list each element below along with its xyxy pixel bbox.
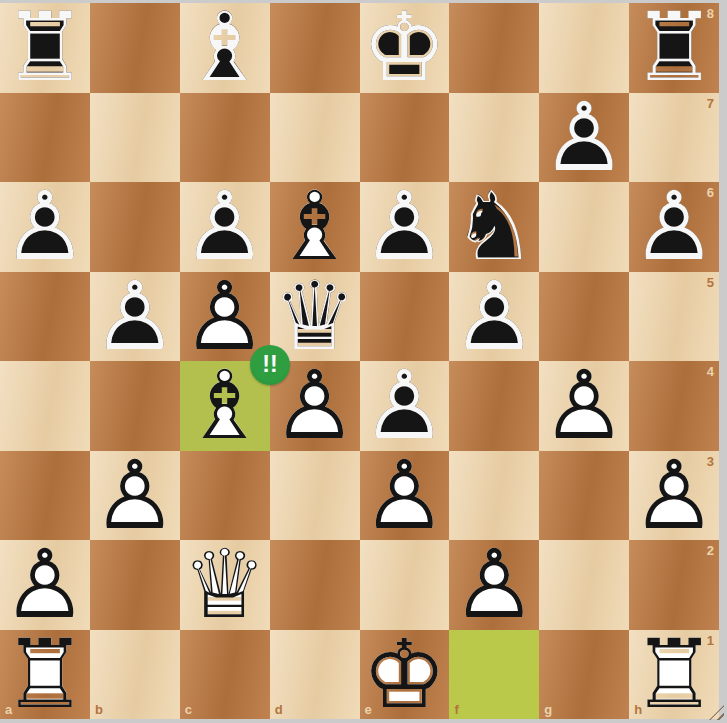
brilliant-move-badge: !! <box>250 345 290 385</box>
square-c3[interactable] <box>180 451 270 541</box>
square-e2[interactable] <box>360 540 450 630</box>
black-pawn-h6[interactable]: ♟♙ <box>629 182 719 272</box>
white-pawn-b3[interactable]: ♟♙ <box>90 451 180 541</box>
white-king-e1[interactable]: ♚♔ <box>360 630 450 720</box>
knight-detail-glyph: ♘ <box>449 182 539 272</box>
brilliant-move-label: !! <box>262 353 277 378</box>
square-h5[interactable]: 5 <box>629 272 719 362</box>
square-e5[interactable] <box>360 272 450 362</box>
black-pawn-g7[interactable]: ♟♙ <box>539 93 629 183</box>
pawn-detail-glyph: ♙ <box>449 540 539 630</box>
white-pawn-f2[interactable]: ♟♙ <box>449 540 539 630</box>
bishop-detail-glyph: ♗ <box>270 182 360 272</box>
square-d2[interactable] <box>270 540 360 630</box>
black-pawn-e6[interactable]: ♟♙ <box>360 182 450 272</box>
square-a7[interactable] <box>0 93 90 183</box>
black-rook-a8[interactable]: ♜♖ <box>0 3 90 93</box>
pawn-detail-glyph: ♙ <box>629 451 719 541</box>
pawn-detail-glyph: ♙ <box>360 451 450 541</box>
square-e7[interactable] <box>360 93 450 183</box>
black-pawn-f5[interactable]: ♟♙ <box>449 272 539 362</box>
pawn-detail-glyph: ♙ <box>449 272 539 362</box>
file-label-f: f <box>454 703 458 716</box>
pawn-detail-glyph: ♙ <box>360 182 450 272</box>
black-king-e8[interactable]: ♚♔ <box>360 3 450 93</box>
square-g6[interactable] <box>539 182 629 272</box>
square-a4[interactable] <box>0 361 90 451</box>
square-f1[interactable]: f <box>449 630 539 720</box>
black-bishop-c8[interactable]: ♝♗ <box>180 3 270 93</box>
square-d3[interactable] <box>270 451 360 541</box>
square-b1[interactable]: b <box>90 630 180 720</box>
square-d7[interactable] <box>270 93 360 183</box>
white-queen-c2[interactable]: ♛♕ <box>180 540 270 630</box>
rank-label-4: 4 <box>707 365 714 378</box>
square-f8[interactable] <box>449 3 539 93</box>
square-c1[interactable]: c <box>180 630 270 720</box>
square-h2[interactable]: 2 <box>629 540 719 630</box>
pawn-detail-glyph: ♙ <box>360 361 450 451</box>
pawn-detail-glyph: ♙ <box>0 182 90 272</box>
square-d1[interactable]: d <box>270 630 360 720</box>
square-h7[interactable]: 7 <box>629 93 719 183</box>
file-label-g: g <box>544 703 552 716</box>
square-b6[interactable] <box>90 182 180 272</box>
square-b8[interactable] <box>90 3 180 93</box>
black-pawn-e4[interactable]: ♟♙ <box>360 361 450 451</box>
black-pawn-b5[interactable]: ♟♙ <box>90 272 180 362</box>
chess-board-page: 8765432abcdefg1h ♜♖♝♗♚♔♜♖♟♙♟♙♟♙♝♗♟♙♞♘♟♙♟… <box>0 0 727 723</box>
pawn-detail-glyph: ♙ <box>629 182 719 272</box>
square-b4[interactable] <box>90 361 180 451</box>
square-c7[interactable] <box>180 93 270 183</box>
black-pawn-a6[interactable]: ♟♙ <box>0 182 90 272</box>
square-h4[interactable]: 4 <box>629 361 719 451</box>
square-g1[interactable]: g <box>539 630 629 720</box>
square-a5[interactable] <box>0 272 90 362</box>
square-f3[interactable] <box>449 451 539 541</box>
square-d8[interactable] <box>270 3 360 93</box>
rook-detail-glyph: ♖ <box>0 3 90 93</box>
file-label-c: c <box>185 703 192 716</box>
queen-detail-glyph: ♕ <box>270 272 360 362</box>
white-rook-a1[interactable]: ♜♖ <box>0 630 90 720</box>
file-label-d: d <box>275 703 283 716</box>
white-pawn-e3[interactable]: ♟♙ <box>360 451 450 541</box>
pawn-detail-glyph: ♙ <box>539 361 629 451</box>
square-g5[interactable] <box>539 272 629 362</box>
bishop-detail-glyph: ♗ <box>180 3 270 93</box>
pawn-detail-glyph: ♙ <box>90 451 180 541</box>
king-detail-glyph: ♔ <box>360 630 450 720</box>
square-f4[interactable] <box>449 361 539 451</box>
white-rook-h1[interactable]: ♜♖ <box>629 630 719 720</box>
rook-detail-glyph: ♖ <box>0 630 90 720</box>
white-bishop-d6[interactable]: ♝♗ <box>270 182 360 272</box>
file-label-b: b <box>95 703 103 716</box>
king-detail-glyph: ♔ <box>360 3 450 93</box>
white-pawn-g4[interactable]: ♟♙ <box>539 361 629 451</box>
square-g2[interactable] <box>539 540 629 630</box>
square-b2[interactable] <box>90 540 180 630</box>
black-knight-f6[interactable]: ♞♘ <box>449 182 539 272</box>
pawn-detail-glyph: ♙ <box>0 540 90 630</box>
white-pawn-a2[interactable]: ♟♙ <box>0 540 90 630</box>
square-b7[interactable] <box>90 93 180 183</box>
square-g3[interactable] <box>539 451 629 541</box>
black-rook-h8[interactable]: ♜♖ <box>629 3 719 93</box>
white-pawn-h3[interactable]: ♟♙ <box>629 451 719 541</box>
black-queen-d5[interactable]: ♛♕ <box>270 272 360 362</box>
square-a3[interactable] <box>0 451 90 541</box>
black-pawn-c6[interactable]: ♟♙ <box>180 182 270 272</box>
pawn-detail-glyph: ♙ <box>90 272 180 362</box>
white-pawn-c5[interactable]: ♟♙ <box>180 272 270 362</box>
rook-detail-glyph: ♖ <box>629 630 719 720</box>
square-f7[interactable] <box>449 93 539 183</box>
rook-detail-glyph: ♖ <box>629 3 719 93</box>
pawn-detail-glyph: ♙ <box>180 182 270 272</box>
square-g8[interactable] <box>539 3 629 93</box>
queen-detail-glyph: ♕ <box>180 540 270 630</box>
pawn-detail-glyph: ♙ <box>539 93 629 183</box>
pawn-detail-glyph: ♙ <box>180 272 270 362</box>
